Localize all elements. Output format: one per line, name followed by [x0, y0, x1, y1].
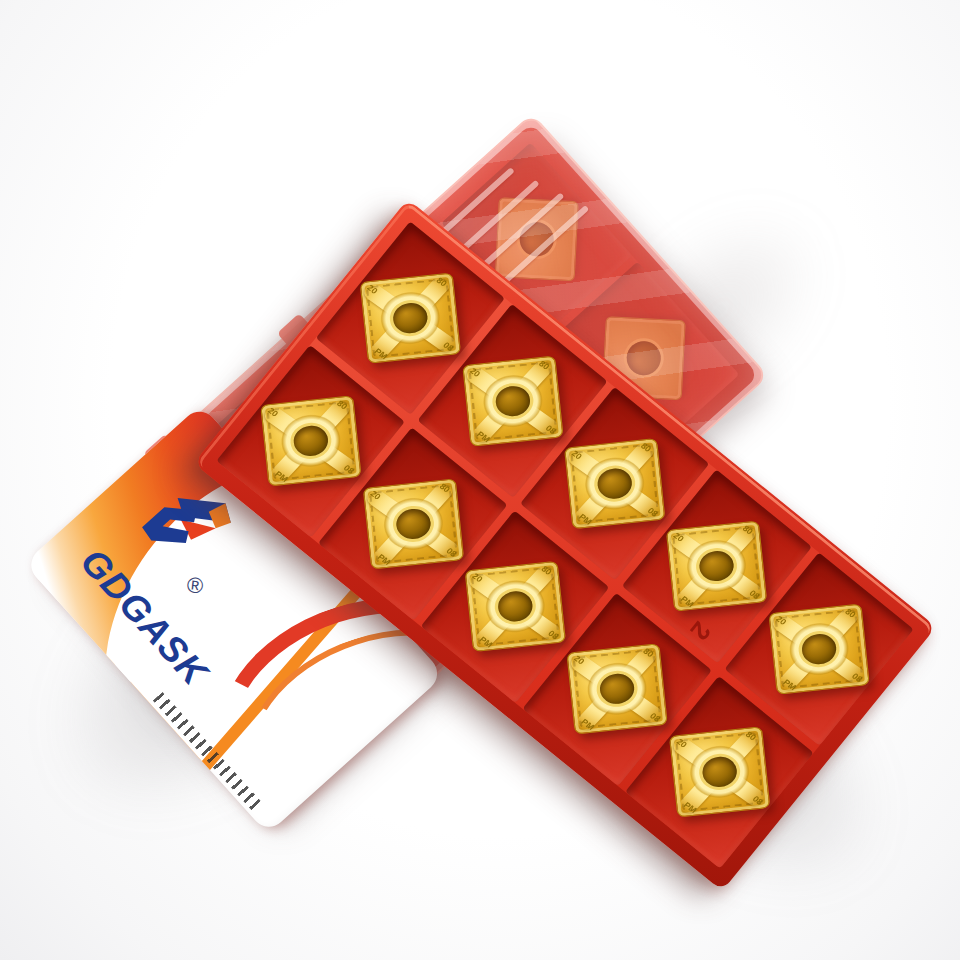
cnmg-insert: 208008PM	[362, 478, 464, 569]
cnmg-insert: 208008PM	[669, 726, 771, 817]
cnmg-insert: 208008PM	[768, 603, 870, 694]
cnmg-insert: 208008PM	[464, 561, 566, 652]
cnmg-insert: 208008PM	[564, 438, 666, 529]
product-photo-scene: GDGASK ® 208008PM208008PM208008PM208008P…	[0, 0, 960, 960]
cnmg-insert: 208008PM	[462, 355, 564, 446]
cnmg-insert: 208008PM	[360, 272, 462, 363]
cnmg-insert: 208008PM	[260, 396, 362, 487]
cnmg-insert: 208008PM	[566, 644, 668, 735]
cnmg-insert: 208008PM	[666, 520, 768, 611]
